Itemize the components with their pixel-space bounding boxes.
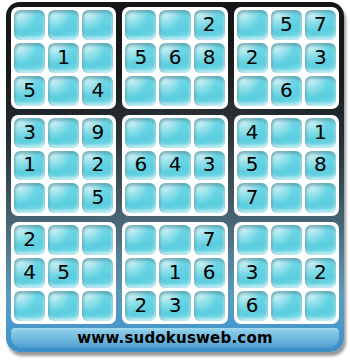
cell-r7c3[interactable]: [82, 225, 113, 255]
cell-r7c7[interactable]: [237, 225, 268, 255]
cell-r2c1[interactable]: [14, 43, 45, 73]
cell-value: 2: [314, 262, 327, 282]
cell-r5c8[interactable]: [271, 151, 302, 181]
cell-r2c2[interactable]: 1: [48, 43, 79, 73]
cell-value: 4: [246, 122, 259, 142]
cell-value: 3: [246, 262, 259, 282]
cell-r3c2[interactable]: [48, 76, 79, 106]
cell-r6c6[interactable]: [194, 183, 225, 213]
cell-r1c9[interactable]: 7: [305, 10, 336, 40]
cell-value: 2: [135, 295, 148, 315]
cell-value: 1: [23, 154, 36, 174]
cell-r4c6[interactable]: [194, 118, 225, 148]
cell-r6c3[interactable]: 5: [82, 183, 113, 213]
cell-r4c7[interactable]: 4: [237, 118, 268, 148]
cell-r5c6[interactable]: 3: [194, 151, 225, 181]
cell-r9c2[interactable]: [48, 291, 79, 321]
cell-r6c8[interactable]: [271, 183, 302, 213]
cell-r6c2[interactable]: [48, 183, 79, 213]
cell-r8c7[interactable]: 3: [237, 258, 268, 288]
cell-value: 3: [203, 154, 216, 174]
cell-value: 1: [314, 122, 327, 142]
cell-r6c4[interactable]: [125, 183, 156, 213]
sudoku-box-3: 57236: [234, 7, 339, 109]
cell-value: 9: [91, 122, 104, 142]
cell-r1c8[interactable]: 5: [271, 10, 302, 40]
cell-value: 5: [280, 14, 293, 34]
cell-value: 4: [23, 262, 36, 282]
cell-r1c5[interactable]: [159, 10, 190, 40]
cell-r7c9[interactable]: [305, 225, 336, 255]
cell-value: 2: [203, 14, 216, 34]
cell-value: 6: [280, 80, 293, 100]
cell-value: 3: [314, 47, 327, 67]
cell-value: 7: [246, 187, 259, 207]
cell-r1c3[interactable]: [82, 10, 113, 40]
cell-value: 4: [91, 80, 104, 100]
cell-r2c6[interactable]: 8: [194, 43, 225, 73]
cell-r8c8[interactable]: [271, 258, 302, 288]
cell-value: 3: [169, 295, 182, 315]
cell-value: 8: [203, 47, 216, 67]
cell-r9c7[interactable]: 6: [237, 291, 268, 321]
cell-r8c5[interactable]: 1: [159, 258, 190, 288]
cell-value: 5: [57, 262, 70, 282]
cell-r9c4[interactable]: 2: [125, 291, 156, 321]
cell-r4c2[interactable]: [48, 118, 79, 148]
cell-r3c4[interactable]: [125, 76, 156, 106]
site-url: www.sudokusweb.com: [77, 329, 272, 347]
cell-value: 2: [23, 229, 36, 249]
cell-r4c1[interactable]: 3: [14, 118, 45, 148]
cell-r4c4[interactable]: [125, 118, 156, 148]
cell-r4c8[interactable]: [271, 118, 302, 148]
cell-r3c6[interactable]: [194, 76, 225, 106]
sudoku-box-9: 326: [234, 222, 339, 324]
cell-r1c1[interactable]: [14, 10, 45, 40]
cell-r1c4[interactable]: [125, 10, 156, 40]
cell-value: 2: [246, 47, 259, 67]
cell-r1c7[interactable]: [237, 10, 268, 40]
cell-r8c4[interactable]: [125, 258, 156, 288]
cell-r2c8[interactable]: [271, 43, 302, 73]
cell-r7c5[interactable]: [159, 225, 190, 255]
cell-r3c9[interactable]: [305, 76, 336, 106]
cell-value: 1: [57, 47, 70, 67]
cell-r5c2[interactable]: [48, 151, 79, 181]
sudoku-box-8: 71623: [122, 222, 227, 324]
cell-r2c7[interactable]: 2: [237, 43, 268, 73]
cell-r9c3[interactable]: [82, 291, 113, 321]
cell-r3c7[interactable]: [237, 76, 268, 106]
cell-r2c5[interactable]: 6: [159, 43, 190, 73]
cell-value: 4: [169, 154, 182, 174]
cell-r1c6[interactable]: 2: [194, 10, 225, 40]
cell-value: 5: [246, 154, 259, 174]
cell-value: 6: [169, 47, 182, 67]
cell-r3c3[interactable]: 4: [82, 76, 113, 106]
cell-r7c8[interactable]: [271, 225, 302, 255]
cell-r1c2[interactable]: [48, 10, 79, 40]
cell-value: 7: [203, 229, 216, 249]
sudoku-box-4: 39125: [11, 115, 116, 217]
cell-r9c5[interactable]: 3: [159, 291, 190, 321]
sudoku-box-6: 41587: [234, 115, 339, 217]
cell-r8c2[interactable]: 5: [48, 258, 79, 288]
cell-r7c6[interactable]: 7: [194, 225, 225, 255]
cell-r9c9[interactable]: [305, 291, 336, 321]
cell-value: 6: [135, 154, 148, 174]
cell-r7c2[interactable]: [48, 225, 79, 255]
cell-r9c1[interactable]: [14, 291, 45, 321]
cell-r6c1[interactable]: [14, 183, 45, 213]
cell-r8c9[interactable]: 2: [305, 258, 336, 288]
cell-r6c7[interactable]: 7: [237, 183, 268, 213]
cell-value: 1: [169, 262, 182, 282]
cell-r6c5[interactable]: [159, 183, 190, 213]
cell-r3c8[interactable]: 6: [271, 76, 302, 106]
cell-r5c3[interactable]: 2: [82, 151, 113, 181]
cell-r5c5[interactable]: 4: [159, 151, 190, 181]
cell-value: 6: [246, 295, 259, 315]
cell-r5c7[interactable]: 5: [237, 151, 268, 181]
sudoku-box-7: 245: [11, 222, 116, 324]
cell-r2c9[interactable]: 3: [305, 43, 336, 73]
cell-r9c8[interactable]: [271, 291, 302, 321]
sudoku-board: 154256857236391256434158724571623326: [11, 7, 339, 324]
cell-value: 8: [314, 154, 327, 174]
cell-r4c5[interactable]: [159, 118, 190, 148]
cell-r3c5[interactable]: [159, 76, 190, 106]
footer-bar: www.sudokusweb.com: [11, 328, 339, 348]
cell-r7c4[interactable]: [125, 225, 156, 255]
board-frame: 154256857236391256434158724571623326 www…: [6, 2, 344, 352]
cell-value: 6: [203, 262, 216, 282]
cell-value: 2: [91, 154, 104, 174]
cell-r4c9[interactable]: 1: [305, 118, 336, 148]
cell-value: 3: [23, 122, 36, 142]
cell-value: 5: [135, 47, 148, 67]
cell-value: 5: [91, 187, 104, 207]
cell-r4c3[interactable]: 9: [82, 118, 113, 148]
cell-r2c4[interactable]: 5: [125, 43, 156, 73]
cell-value: 7: [314, 14, 327, 34]
sudoku-box-1: 154: [11, 7, 116, 109]
sudoku-box-5: 643: [122, 115, 227, 217]
cell-r5c9[interactable]: 8: [305, 151, 336, 181]
cell-value: 5: [23, 80, 36, 100]
cell-r2c3[interactable]: [82, 43, 113, 73]
cell-r8c6[interactable]: 6: [194, 258, 225, 288]
cell-r8c3[interactable]: [82, 258, 113, 288]
cell-r6c9[interactable]: [305, 183, 336, 213]
cell-r5c4[interactable]: 6: [125, 151, 156, 181]
cell-r5c1[interactable]: 1: [14, 151, 45, 181]
cell-r3c1[interactable]: 5: [14, 76, 45, 106]
sudoku-box-2: 2568: [122, 7, 227, 109]
cell-r9c6[interactable]: [194, 291, 225, 321]
cell-r8c1[interactable]: 4: [14, 258, 45, 288]
cell-r7c1[interactable]: 2: [14, 225, 45, 255]
